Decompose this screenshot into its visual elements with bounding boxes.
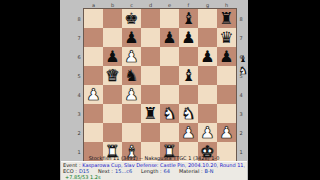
square-g4[interactable] — [198, 85, 217, 104]
white-knight-tray-icon: ♞ — [237, 65, 249, 77]
material-value: B-N — [205, 168, 214, 174]
piece-black-bishop[interactable]: ♝ — [181, 9, 195, 28]
square-c8[interactable]: ♚ — [122, 9, 141, 28]
square-f8[interactable]: ♝ — [179, 9, 198, 28]
caption-strip: Event : Kasparowa Cup, Slav Defense: Cas… — [61, 161, 247, 180]
file-label: f — [179, 2, 198, 8]
rank-label: 3 — [238, 104, 244, 123]
square-f5[interactable]: ♝ — [179, 66, 198, 85]
piece-white-knight[interactable]: ♞ — [162, 104, 176, 123]
file-label: d — [141, 2, 160, 8]
piece-black-knight[interactable]: ♞ — [124, 66, 138, 85]
square-e6[interactable] — [160, 47, 179, 66]
black-bishop-tray-icon: ♝ — [237, 54, 249, 65]
file-label: c — [122, 2, 141, 8]
square-f6[interactable] — [179, 47, 198, 66]
piece-black-pawn[interactable]: ♟ — [124, 28, 138, 47]
square-b2[interactable] — [103, 123, 122, 142]
piece-white-pawn[interactable]: ♟ — [181, 123, 195, 142]
square-a5[interactable] — [84, 66, 103, 85]
square-b5[interactable]: ♛ — [103, 66, 122, 85]
square-e2[interactable] — [160, 123, 179, 142]
material-tray: ♝ ♞ — [237, 54, 249, 77]
square-g5[interactable] — [198, 66, 217, 85]
piece-black-king[interactable]: ♚ — [124, 9, 138, 28]
square-c4[interactable]: ♟ — [122, 85, 141, 104]
square-e8[interactable] — [160, 9, 179, 28]
rank-labels-left: 87654321 — [76, 9, 82, 161]
engine-eval-line: +7.85/53 1.2s — [63, 174, 245, 180]
square-a8[interactable] — [84, 9, 103, 28]
square-a2[interactable] — [84, 123, 103, 142]
square-d5[interactable] — [141, 66, 160, 85]
square-h4[interactable] — [217, 85, 236, 104]
piece-white-pawn[interactable]: ♟ — [219, 123, 233, 142]
file-labels-top: abcdefgh — [84, 2, 236, 8]
square-a7[interactable] — [84, 28, 103, 47]
square-h8[interactable]: ♜ — [217, 9, 236, 28]
square-h7[interactable]: ♛ — [217, 28, 236, 47]
piece-black-rook[interactable]: ♜ — [219, 9, 233, 28]
piece-black-pawn[interactable]: ♟ — [105, 47, 119, 66]
square-d8[interactable] — [141, 9, 160, 28]
file-label: h — [217, 2, 236, 8]
rank-label: 2 — [238, 123, 244, 142]
players-line: Stockfish 11 (3491) -- NakaguSta TTGC 1 … — [61, 155, 247, 161]
piece-black-queen[interactable]: ♛ — [219, 28, 233, 47]
square-e7[interactable]: ♟ — [160, 28, 179, 47]
file-label: g — [198, 2, 217, 8]
file-label: e — [160, 2, 179, 8]
square-d7[interactable] — [141, 28, 160, 47]
caption-block: Stockfish 11 (3491) -- NakaguSta TTGC 1 … — [61, 155, 247, 180]
file-label: a — [84, 2, 103, 8]
square-b8[interactable] — [103, 9, 122, 28]
square-b4[interactable] — [103, 85, 122, 104]
length-label: Length : — [141, 168, 162, 174]
square-g2[interactable]: ♟ — [198, 123, 217, 142]
square-c2[interactable] — [122, 123, 141, 142]
rank-label: 6 — [76, 47, 82, 66]
square-c5[interactable]: ♞ — [122, 66, 141, 85]
square-a6[interactable] — [84, 47, 103, 66]
piece-white-knight[interactable]: ♞ — [181, 104, 195, 123]
square-h5[interactable] — [217, 66, 236, 85]
square-b7[interactable] — [103, 28, 122, 47]
piece-black-pawn[interactable]: ♟ — [162, 28, 176, 47]
chess-board: ♚♝♜♟♟♟♛♟♟♟♟♛♞♝♟♟♜♞♞♟♟♟♜♝♜♚ — [84, 9, 236, 161]
piece-black-rook[interactable]: ♜ — [143, 104, 157, 123]
video-frame: abcdefgh abcdefgh 87654321 87654321 ♚♝♜♟… — [0, 0, 320, 180]
rank-label: 3 — [76, 104, 82, 123]
piece-black-bishop[interactable]: ♝ — [181, 66, 195, 85]
rank-label: 4 — [238, 85, 244, 104]
piece-black-pawn[interactable]: ♟ — [219, 47, 233, 66]
square-c7[interactable]: ♟ — [122, 28, 141, 47]
rank-label: 8 — [238, 9, 244, 28]
square-a3[interactable] — [84, 104, 103, 123]
square-d3[interactable]: ♜ — [141, 104, 160, 123]
square-h6[interactable]: ♟ — [217, 47, 236, 66]
square-e3[interactable]: ♞ — [160, 104, 179, 123]
piece-white-queen[interactable]: ♛ — [105, 66, 119, 85]
square-g3[interactable] — [198, 104, 217, 123]
rank-labels-right: 87654321 — [238, 9, 244, 161]
square-g7[interactable] — [198, 28, 217, 47]
piece-white-pawn[interactable]: ♟ — [86, 85, 100, 104]
square-a4[interactable]: ♟ — [84, 85, 103, 104]
square-d6[interactable] — [141, 47, 160, 66]
square-d4[interactable] — [141, 85, 160, 104]
square-b3[interactable] — [103, 104, 122, 123]
next-value: 15...c6 — [115, 168, 132, 174]
rank-label: 2 — [76, 123, 82, 142]
material-label: Material : — [179, 168, 203, 174]
game-panel: abcdefgh abcdefgh 87654321 87654321 ♚♝♜♟… — [60, 0, 248, 180]
square-h2[interactable]: ♟ — [217, 123, 236, 142]
piece-white-pawn[interactable]: ♟ — [200, 123, 214, 142]
square-f4[interactable] — [179, 85, 198, 104]
square-f7[interactable]: ♟ — [179, 28, 198, 47]
square-e4[interactable] — [160, 85, 179, 104]
square-e5[interactable] — [160, 66, 179, 85]
square-g8[interactable] — [198, 9, 217, 28]
rank-label: 7 — [76, 28, 82, 47]
square-c6[interactable]: ♟ — [122, 47, 141, 66]
piece-white-pawn[interactable]: ♟ — [124, 47, 138, 66]
square-f3[interactable]: ♞ — [179, 104, 198, 123]
piece-black-pawn[interactable]: ♟ — [200, 47, 214, 66]
square-b6[interactable]: ♟ — [103, 47, 122, 66]
square-h3[interactable] — [217, 104, 236, 123]
file-label: b — [103, 2, 122, 8]
square-f2[interactable]: ♟ — [179, 123, 198, 142]
square-c3[interactable] — [122, 104, 141, 123]
rank-label: 8 — [76, 9, 82, 28]
rank-label: 7 — [238, 28, 244, 47]
square-d2[interactable] — [141, 123, 160, 142]
length-value: 64 — [164, 168, 170, 174]
rank-label: 4 — [76, 85, 82, 104]
piece-white-pawn[interactable]: ♟ — [124, 85, 138, 104]
piece-black-pawn[interactable]: ♟ — [181, 28, 195, 47]
rank-label: 5 — [76, 66, 82, 85]
square-g6[interactable]: ♟ — [198, 47, 217, 66]
